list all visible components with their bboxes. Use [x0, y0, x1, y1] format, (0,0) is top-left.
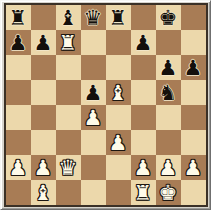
square-f1[interactable]: ♜	[131, 180, 156, 205]
square-c6[interactable]	[56, 55, 81, 80]
white-pawn[interactable]: ♟	[156, 155, 181, 180]
square-e4[interactable]	[106, 105, 131, 130]
white-rook[interactable]: ♜	[56, 30, 81, 55]
square-e3[interactable]: ♟	[106, 130, 131, 155]
black-rook[interactable]: ♜	[106, 5, 131, 30]
square-c3[interactable]	[56, 130, 81, 155]
black-pawn[interactable]: ♟	[31, 30, 56, 55]
square-a3[interactable]	[6, 130, 31, 155]
square-c1[interactable]	[56, 180, 81, 205]
black-pawn[interactable]: ♟	[156, 55, 181, 80]
square-f2[interactable]: ♟	[131, 155, 156, 180]
black-rook[interactable]: ♜	[6, 5, 31, 30]
square-h6[interactable]: ♟	[181, 55, 206, 80]
square-f6[interactable]	[131, 55, 156, 80]
square-b6[interactable]	[31, 55, 56, 80]
square-f4[interactable]	[131, 105, 156, 130]
square-h4[interactable]	[181, 105, 206, 130]
square-b1[interactable]: ♝	[31, 180, 56, 205]
square-a2[interactable]: ♟	[6, 155, 31, 180]
square-h7[interactable]	[181, 30, 206, 55]
white-king[interactable]: ♚	[156, 180, 181, 205]
square-h8[interactable]	[181, 5, 206, 30]
white-pawn[interactable]: ♟	[106, 130, 131, 155]
square-h3[interactable]	[181, 130, 206, 155]
square-g7[interactable]	[156, 30, 181, 55]
square-c8[interactable]: ♝	[56, 5, 81, 30]
square-a7[interactable]: ♟	[6, 30, 31, 55]
white-pawn[interactable]: ♟	[131, 155, 156, 180]
white-pawn[interactable]: ♟	[6, 155, 31, 180]
black-queen[interactable]: ♛	[81, 5, 106, 30]
square-b3[interactable]	[31, 130, 56, 155]
white-pawn[interactable]: ♟	[31, 155, 56, 180]
square-d8[interactable]: ♛	[81, 5, 106, 30]
square-c4[interactable]	[56, 105, 81, 130]
board-frame: ♜♝♛♜♚♟♟♜♟♟♟♟♝♞♟♟♟♟♛♟♟♟♝♜♚	[0, 0, 211, 210]
black-pawn[interactable]: ♟	[181, 55, 206, 80]
square-b5[interactable]	[31, 80, 56, 105]
square-e6[interactable]	[106, 55, 131, 80]
square-c2[interactable]: ♛	[56, 155, 81, 180]
white-bishop[interactable]: ♝	[31, 180, 56, 205]
square-d3[interactable]	[81, 130, 106, 155]
square-g4[interactable]	[156, 105, 181, 130]
square-a4[interactable]	[6, 105, 31, 130]
square-c7[interactable]: ♜	[56, 30, 81, 55]
square-g1[interactable]: ♚	[156, 180, 181, 205]
square-g6[interactable]: ♟	[156, 55, 181, 80]
square-f3[interactable]	[131, 130, 156, 155]
square-g5[interactable]: ♞	[156, 80, 181, 105]
white-pawn[interactable]: ♟	[181, 155, 206, 180]
white-bishop[interactable]: ♝	[106, 80, 131, 105]
chess-board: ♜♝♛♜♚♟♟♜♟♟♟♟♝♞♟♟♟♟♛♟♟♟♝♜♚	[4, 3, 208, 207]
square-d5[interactable]: ♟	[81, 80, 106, 105]
square-e7[interactable]	[106, 30, 131, 55]
square-h5[interactable]	[181, 80, 206, 105]
square-g2[interactable]: ♟	[156, 155, 181, 180]
square-e2[interactable]	[106, 155, 131, 180]
square-a1[interactable]	[6, 180, 31, 205]
square-c5[interactable]	[56, 80, 81, 105]
white-pawn[interactable]: ♟	[81, 105, 106, 130]
white-rook[interactable]: ♜	[131, 180, 156, 205]
square-a8[interactable]: ♜	[6, 5, 31, 30]
square-d1[interactable]	[81, 180, 106, 205]
white-queen[interactable]: ♛	[56, 155, 81, 180]
black-pawn[interactable]: ♟	[6, 30, 31, 55]
square-a5[interactable]	[6, 80, 31, 105]
square-e5[interactable]: ♝	[106, 80, 131, 105]
black-bishop[interactable]: ♝	[56, 5, 81, 30]
square-h2[interactable]: ♟	[181, 155, 206, 180]
square-g8[interactable]: ♚	[156, 5, 181, 30]
black-pawn[interactable]: ♟	[131, 30, 156, 55]
square-f7[interactable]: ♟	[131, 30, 156, 55]
square-b4[interactable]	[31, 105, 56, 130]
square-a6[interactable]	[6, 55, 31, 80]
square-g3[interactable]	[156, 130, 181, 155]
square-d4[interactable]: ♟	[81, 105, 106, 130]
black-knight[interactable]: ♞	[156, 80, 181, 105]
square-b8[interactable]	[31, 5, 56, 30]
square-d6[interactable]	[81, 55, 106, 80]
square-b2[interactable]: ♟	[31, 155, 56, 180]
black-pawn[interactable]: ♟	[81, 80, 106, 105]
square-b7[interactable]: ♟	[31, 30, 56, 55]
square-h1[interactable]	[181, 180, 206, 205]
square-e1[interactable]	[106, 180, 131, 205]
square-e8[interactable]: ♜	[106, 5, 131, 30]
black-king[interactable]: ♚	[156, 5, 181, 30]
square-d2[interactable]	[81, 155, 106, 180]
square-f5[interactable]	[131, 80, 156, 105]
square-d7[interactable]	[81, 30, 106, 55]
square-f8[interactable]	[131, 5, 156, 30]
